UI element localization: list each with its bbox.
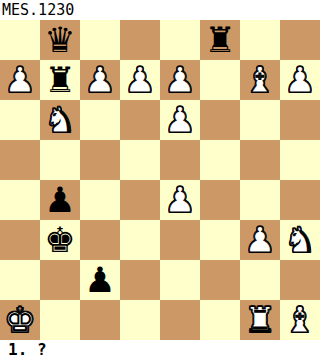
square-b8[interactable]: ♛ (40, 20, 80, 60)
square-a8[interactable] (0, 20, 40, 60)
square-a6[interactable] (0, 100, 40, 140)
square-b2[interactable] (40, 260, 80, 300)
white-pawn: ♟ (244, 220, 275, 260)
square-d2[interactable] (120, 260, 160, 300)
square-b7[interactable]: ♜ (40, 60, 80, 100)
square-e2[interactable] (160, 260, 200, 300)
square-d1[interactable] (120, 300, 160, 340)
square-h6[interactable] (280, 100, 320, 140)
square-g4[interactable] (240, 180, 280, 220)
square-d4[interactable] (120, 180, 160, 220)
square-h4[interactable] (280, 180, 320, 220)
black-pawn: ♟ (44, 180, 75, 220)
square-h5[interactable] (280, 140, 320, 180)
square-f8[interactable]: ♜ (200, 20, 240, 60)
square-c8[interactable] (80, 20, 120, 60)
square-c1[interactable] (80, 300, 120, 340)
square-d6[interactable] (120, 100, 160, 140)
square-e5[interactable] (160, 140, 200, 180)
square-h8[interactable] (280, 20, 320, 60)
square-f3[interactable] (200, 220, 240, 260)
black-rook: ♜ (204, 20, 235, 60)
black-king: ♚ (44, 220, 75, 260)
square-f7[interactable] (200, 60, 240, 100)
black-queen: ♛ (44, 20, 75, 60)
square-g2[interactable] (240, 260, 280, 300)
square-h7[interactable]: ♟ (280, 60, 320, 100)
square-c4[interactable] (80, 180, 120, 220)
white-bishop: ♝ (244, 60, 275, 100)
square-a1[interactable]: ♚ (0, 300, 40, 340)
square-h1[interactable]: ♝ (280, 300, 320, 340)
square-e4[interactable]: ♟ (160, 180, 200, 220)
chess-board: ♛♜♟♜♟♟♟♝♟♞♟♟♟♚♟♞♟♚♜♝ (0, 20, 320, 340)
white-pawn: ♟ (164, 100, 195, 140)
square-g7[interactable]: ♝ (240, 60, 280, 100)
square-g8[interactable] (240, 20, 280, 60)
white-pawn: ♟ (164, 60, 195, 100)
square-a4[interactable] (0, 180, 40, 220)
square-c6[interactable] (80, 100, 120, 140)
square-g5[interactable] (240, 140, 280, 180)
square-b1[interactable] (40, 300, 80, 340)
square-d8[interactable] (120, 20, 160, 60)
page-title: MES.1230 (2, 0, 74, 20)
white-pawn: ♟ (284, 60, 315, 100)
square-f1[interactable] (200, 300, 240, 340)
white-knight: ♞ (284, 220, 315, 260)
square-e8[interactable] (160, 20, 200, 60)
square-c2[interactable]: ♟ (80, 260, 120, 300)
square-g6[interactable] (240, 100, 280, 140)
white-king: ♚ (4, 300, 35, 340)
square-a5[interactable] (0, 140, 40, 180)
square-a2[interactable] (0, 260, 40, 300)
square-c3[interactable] (80, 220, 120, 260)
white-knight: ♞ (44, 100, 75, 140)
square-h3[interactable]: ♞ (280, 220, 320, 260)
square-c7[interactable]: ♟ (80, 60, 120, 100)
square-d5[interactable] (120, 140, 160, 180)
square-b6[interactable]: ♞ (40, 100, 80, 140)
white-pawn: ♟ (164, 180, 195, 220)
white-bishop: ♝ (284, 300, 315, 340)
square-g1[interactable]: ♜ (240, 300, 280, 340)
white-pawn: ♟ (124, 60, 155, 100)
square-a3[interactable] (0, 220, 40, 260)
black-pawn: ♟ (84, 260, 115, 300)
square-f5[interactable] (200, 140, 240, 180)
square-e1[interactable] (160, 300, 200, 340)
square-e6[interactable]: ♟ (160, 100, 200, 140)
square-f2[interactable] (200, 260, 240, 300)
square-d3[interactable] (120, 220, 160, 260)
square-d7[interactable]: ♟ (120, 60, 160, 100)
square-f4[interactable] (200, 180, 240, 220)
black-rook: ♜ (44, 60, 75, 100)
square-a7[interactable]: ♟ (0, 60, 40, 100)
white-pawn: ♟ (4, 60, 35, 100)
square-f6[interactable] (200, 100, 240, 140)
white-rook: ♜ (244, 300, 275, 340)
move-prompt: 1. ? (8, 340, 47, 360)
square-e3[interactable] (160, 220, 200, 260)
square-e7[interactable]: ♟ (160, 60, 200, 100)
square-b5[interactable] (40, 140, 80, 180)
square-b4[interactable]: ♟ (40, 180, 80, 220)
square-c5[interactable] (80, 140, 120, 180)
square-h2[interactable] (280, 260, 320, 300)
white-pawn: ♟ (84, 60, 115, 100)
square-g3[interactable]: ♟ (240, 220, 280, 260)
square-b3[interactable]: ♚ (40, 220, 80, 260)
